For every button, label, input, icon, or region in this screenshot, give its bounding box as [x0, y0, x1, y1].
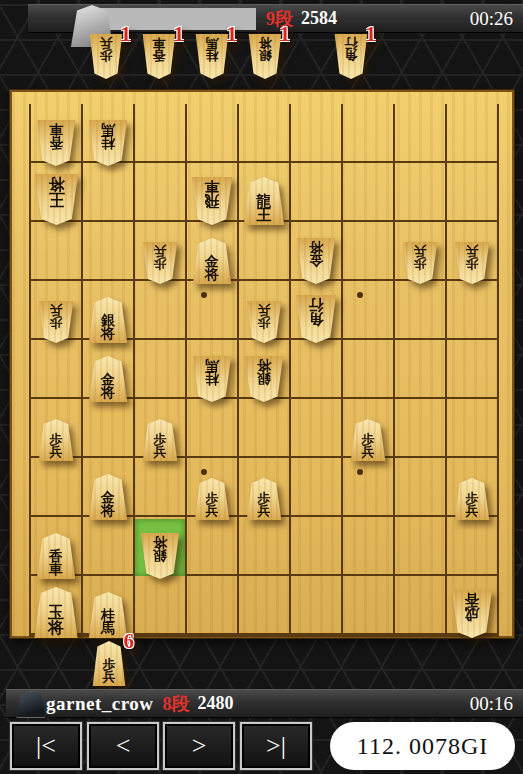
piece-kanji: 歩兵	[350, 419, 386, 461]
nav-prev-button[interactable]: <	[87, 722, 159, 770]
top-player-rating: 2584	[301, 8, 337, 29]
piece-gote-+L-r9c9[interactable]: 成香	[451, 590, 493, 638]
piece-kanji: 角行	[334, 34, 368, 79]
piece-gote-S-r8c3[interactable]: 銀将	[140, 533, 180, 579]
piece-kanji: 歩兵	[402, 242, 438, 284]
hand-piece-gote-N[interactable]: 桂馬1	[195, 34, 229, 79]
hand-piece-gote-B[interactable]: 角行1	[334, 34, 368, 79]
star-point	[201, 292, 207, 298]
piece-kanji: 歩兵	[454, 242, 490, 284]
captured-count-badge: 6	[124, 629, 135, 654]
captured-count-badge: 1	[280, 22, 291, 47]
piece-gote-N-r5c4[interactable]: 桂馬	[192, 356, 232, 402]
piece-gote-P-r4c1[interactable]: 歩兵	[38, 301, 74, 343]
piece-gote-K-r2c1[interactable]: 王将	[34, 174, 79, 225]
move-counter: 112. 0078GI	[330, 722, 515, 770]
board-grid[interactable]: 香車桂馬王将飛車龍王歩兵金将金将歩兵歩兵歩兵銀将歩兵角行金将桂馬銀将歩兵歩兵歩兵…	[29, 104, 499, 637]
hand-piece-gote-P[interactable]: 歩兵1	[89, 34, 123, 79]
piece-kanji: 銀将	[140, 533, 180, 579]
piece-kanji: 歩兵	[38, 419, 74, 461]
piece-kanji: 歩兵	[142, 242, 178, 284]
bottom-player-rank: 8段	[163, 692, 190, 716]
piece-gote-B-r4c6[interactable]: 角行	[295, 295, 337, 343]
piece-sente-+R-r2c5[interactable]: 龍王	[243, 177, 285, 225]
captured-count-badge: 1	[121, 22, 132, 47]
piece-kanji: 銀将	[248, 34, 282, 79]
piece-gote-S-r5c5[interactable]: 銀将	[244, 356, 284, 402]
piece-sente-P-r6c1[interactable]: 歩兵	[38, 419, 74, 461]
piece-kanji: 銀将	[244, 356, 284, 402]
piece-gote-P-r3c8[interactable]: 歩兵	[402, 242, 438, 284]
piece-sente-P-r7c5[interactable]: 歩兵	[246, 478, 282, 520]
bottom-player-avatar	[16, 691, 46, 718]
piece-gote-P-r3c9[interactable]: 歩兵	[454, 242, 490, 284]
piece-sente-G-r5c2[interactable]: 金将	[88, 356, 128, 402]
piece-sente-P-r7c9[interactable]: 歩兵	[454, 478, 490, 520]
piece-kanji: 桂馬	[195, 34, 229, 79]
piece-kanji: 歩兵	[246, 301, 282, 343]
piece-gote-L-r1c1[interactable]: 香車	[36, 120, 76, 166]
piece-sente-K2-r9c1[interactable]: 玉将	[34, 587, 79, 638]
star-point	[201, 469, 207, 475]
piece-kanji: 歩兵	[454, 478, 490, 520]
piece-kanji: 金将	[88, 356, 128, 402]
piece-sente-N-r9c2[interactable]: 桂馬	[88, 592, 128, 638]
piece-kanji: 歩兵	[194, 478, 230, 520]
nav-last-button[interactable]: >|	[240, 722, 312, 770]
bottom-player-name: garnet_crow	[46, 693, 154, 715]
piece-kanji: 銀将	[88, 297, 128, 343]
nav-first-button[interactable]: |<	[10, 722, 82, 770]
captured-count-badge: 1	[227, 22, 238, 47]
piece-gote-P-r4c5[interactable]: 歩兵	[246, 301, 282, 343]
nav-next-button[interactable]: >	[163, 722, 235, 770]
piece-kanji: 角行	[295, 295, 337, 343]
piece-kanji: 飛車	[191, 177, 233, 225]
piece-sente-G-r7c2[interactable]: 金将	[88, 474, 128, 520]
piece-kanji: 成香	[451, 590, 493, 638]
hand-piece-gote-S[interactable]: 銀将1	[248, 34, 282, 79]
shogi-board[interactable]: 香車桂馬王将飛車龍王歩兵金将金将歩兵歩兵歩兵銀将歩兵角行金将桂馬銀将歩兵歩兵歩兵…	[10, 90, 514, 638]
piece-kanji: 金将	[296, 238, 336, 284]
piece-kanji: 金将	[192, 238, 232, 284]
piece-gote-N-r1c2[interactable]: 桂馬	[88, 120, 128, 166]
piece-gote-R-r2c4[interactable]: 飛車	[191, 177, 233, 225]
shogi-piece-avatar-icon	[16, 691, 46, 718]
bottom-player-clock: 00:16	[470, 693, 513, 715]
top-player-bar: 9段 2584 00:26	[28, 4, 523, 33]
piece-sente-G-r3c4[interactable]: 金将	[192, 238, 232, 284]
piece-sente-P-r6c3[interactable]: 歩兵	[142, 419, 178, 461]
piece-kanji: 龍王	[243, 177, 285, 225]
piece-kanji: 香車	[36, 120, 76, 166]
piece-kanji: 桂馬	[192, 356, 232, 402]
piece-sente-L-r8c1[interactable]: 香車	[36, 533, 76, 579]
captured-count-badge: 1	[174, 22, 185, 47]
captured-count-badge: 1	[366, 22, 377, 47]
piece-kanji: 香車	[36, 533, 76, 579]
piece-kanji: 香車	[142, 34, 176, 79]
piece-gote-P-r3c3[interactable]: 歩兵	[142, 242, 178, 284]
piece-sente-P-r6c7[interactable]: 歩兵	[350, 419, 386, 461]
piece-kanji: 歩兵	[38, 301, 74, 343]
piece-kanji: 金将	[88, 474, 128, 520]
piece-kanji: 玉将	[34, 587, 79, 638]
star-point	[357, 292, 363, 298]
piece-kanji: 桂馬	[88, 120, 128, 166]
piece-kanji: 歩兵	[142, 419, 178, 461]
piece-kanji: 歩兵	[246, 478, 282, 520]
star-point	[357, 469, 363, 475]
top-player-clock: 00:26	[470, 8, 513, 30]
piece-kanji: 王将	[34, 174, 79, 225]
hand-piece-gote-L[interactable]: 香車1	[142, 34, 176, 79]
piece-kanji: 歩兵	[92, 641, 126, 686]
piece-kanji: 歩兵	[89, 34, 123, 79]
bottom-player-rating: 2480	[198, 693, 234, 714]
piece-gote-G-r3c6[interactable]: 金将	[296, 238, 336, 284]
hand-piece-sente-P[interactable]: 歩兵6	[92, 641, 126, 686]
bottom-player-bar: garnet_crow 8段 2480 00:16	[6, 689, 523, 718]
piece-sente-S-r4c2[interactable]: 銀将	[88, 297, 128, 343]
piece-sente-P-r7c4[interactable]: 歩兵	[194, 478, 230, 520]
piece-kanji: 桂馬	[88, 592, 128, 638]
